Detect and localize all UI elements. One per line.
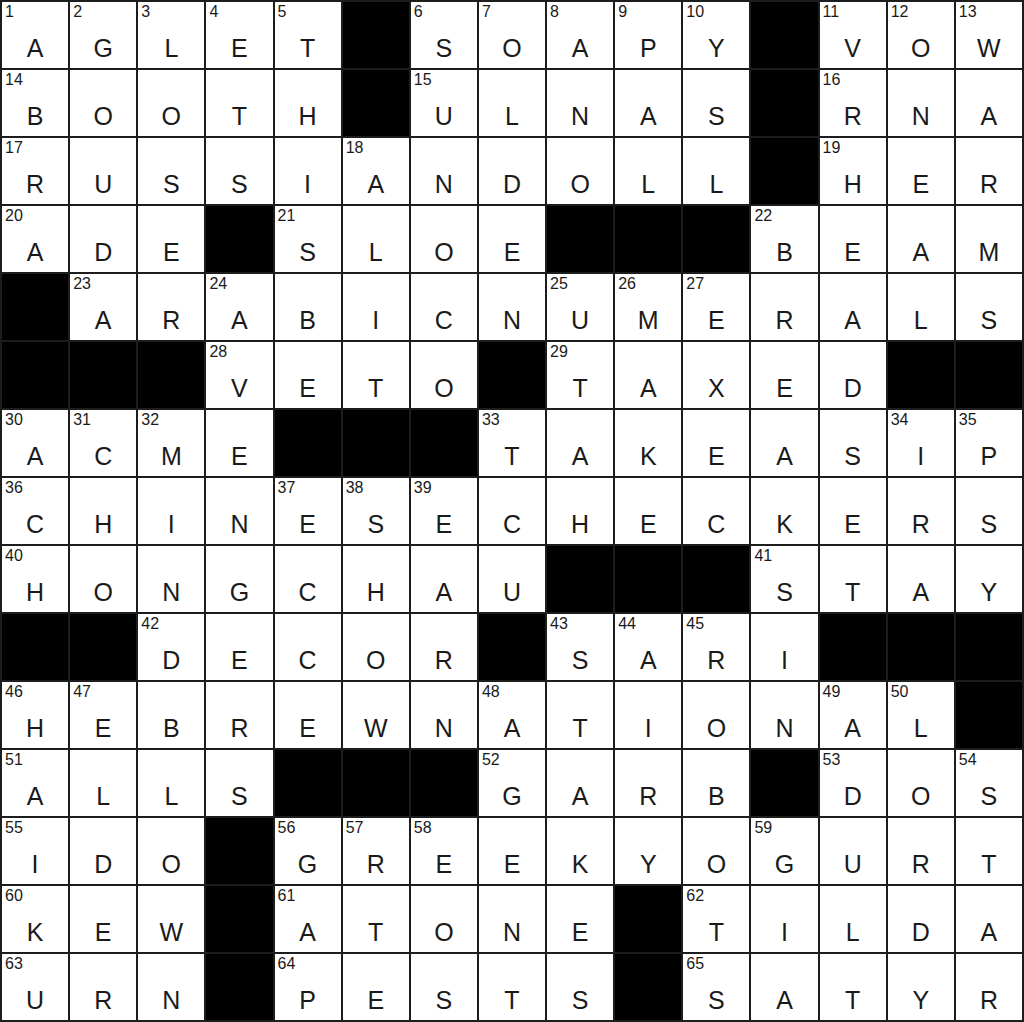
cell-letter: G bbox=[275, 852, 341, 877]
black-square bbox=[479, 342, 545, 408]
cell-11-1[interactable]: 46H bbox=[2, 682, 68, 748]
cell-13-8[interactable]: E bbox=[479, 818, 545, 884]
cell-15-2[interactable]: R bbox=[70, 954, 136, 1020]
cell-15-9[interactable]: S bbox=[547, 954, 613, 1020]
cell-15-12[interactable]: A bbox=[751, 954, 817, 1020]
cell-3-8[interactable]: D bbox=[479, 138, 545, 204]
cell-letter: O bbox=[479, 36, 545, 61]
clue-number: 65 bbox=[686, 954, 704, 974]
cell-11-9[interactable]: T bbox=[547, 682, 613, 748]
cell-7-8[interactable]: 33T bbox=[479, 410, 545, 476]
cell-2-1[interactable]: 14B bbox=[2, 70, 68, 136]
cell-5-4[interactable]: 24A bbox=[206, 274, 272, 340]
cell-13-14[interactable]: R bbox=[888, 818, 954, 884]
cell-13-6[interactable]: 57R bbox=[343, 818, 409, 884]
black-square bbox=[138, 342, 204, 408]
cell-letter: H bbox=[2, 716, 68, 741]
black-square bbox=[751, 750, 817, 816]
cell-7-14[interactable]: 34I bbox=[888, 410, 954, 476]
cell-letter: T bbox=[275, 36, 341, 61]
cell-letter: E bbox=[206, 648, 272, 673]
cell-letter: T bbox=[343, 920, 409, 945]
cell-letter: R bbox=[888, 512, 954, 537]
cell-3-13[interactable]: 19H bbox=[820, 138, 886, 204]
cell-13-13[interactable]: U bbox=[820, 818, 886, 884]
cell-letter: N bbox=[479, 308, 545, 333]
cell-12-8[interactable]: 52G bbox=[479, 750, 545, 816]
cell-5-3[interactable]: R bbox=[138, 274, 204, 340]
cell-letter: G bbox=[70, 36, 136, 61]
cell-12-15[interactable]: 54S bbox=[956, 750, 1022, 816]
cell-letter: N bbox=[751, 716, 817, 741]
black-square bbox=[751, 2, 817, 68]
cell-15-11[interactable]: 65S bbox=[683, 954, 749, 1020]
cell-8-9[interactable]: H bbox=[547, 478, 613, 544]
cell-14-15[interactable]: A bbox=[956, 886, 1022, 952]
cell-letter: L bbox=[820, 920, 886, 945]
cell-10-5[interactable]: C bbox=[275, 614, 341, 680]
cell-5-13[interactable]: A bbox=[820, 274, 886, 340]
cell-letter: R bbox=[70, 988, 136, 1013]
cell-10-9[interactable]: 43S bbox=[547, 614, 613, 680]
cell-11-14[interactable]: 50L bbox=[888, 682, 954, 748]
cell-11-11[interactable]: O bbox=[683, 682, 749, 748]
clue-number: 63 bbox=[5, 954, 23, 974]
cell-12-13[interactable]: 53D bbox=[820, 750, 886, 816]
cell-7-4[interactable]: E bbox=[206, 410, 272, 476]
cell-letter: A bbox=[2, 36, 68, 61]
cell-2-7[interactable]: 15U bbox=[411, 70, 477, 136]
clue-number: 10 bbox=[686, 2, 704, 22]
cell-12-2[interactable]: L bbox=[70, 750, 136, 816]
black-square bbox=[615, 954, 681, 1020]
cell-1-4[interactable]: 4E bbox=[206, 2, 272, 68]
cell-15-5[interactable]: 64P bbox=[275, 954, 341, 1020]
cell-12-4[interactable]: S bbox=[206, 750, 272, 816]
cell-2-9[interactable]: N bbox=[547, 70, 613, 136]
cell-letter: A bbox=[2, 444, 68, 469]
cell-6-11[interactable]: X bbox=[683, 342, 749, 408]
cell-5-2[interactable]: 23A bbox=[70, 274, 136, 340]
cell-13-7[interactable]: 58E bbox=[411, 818, 477, 884]
cell-1-1[interactable]: 1A bbox=[2, 2, 68, 68]
cell-letter: C bbox=[70, 444, 136, 469]
black-square bbox=[275, 410, 341, 476]
cell-letter: R bbox=[956, 172, 1022, 197]
clue-number: 16 bbox=[823, 70, 841, 90]
cell-14-3[interactable]: W bbox=[138, 886, 204, 952]
cell-letter: G bbox=[206, 580, 272, 605]
clue-number: 46 bbox=[5, 682, 23, 702]
cell-5-7[interactable]: C bbox=[411, 274, 477, 340]
cell-1-13[interactable]: 11V bbox=[820, 2, 886, 68]
cell-12-10[interactable]: R bbox=[615, 750, 681, 816]
cell-1-10[interactable]: 9P bbox=[615, 2, 681, 68]
cell-14-1[interactable]: 60K bbox=[2, 886, 68, 952]
clue-number: 55 bbox=[5, 818, 23, 838]
cell-letter: E bbox=[820, 512, 886, 537]
black-square bbox=[2, 274, 68, 340]
cell-8-5[interactable]: 37E bbox=[275, 478, 341, 544]
cell-2-8[interactable]: L bbox=[479, 70, 545, 136]
cell-letter: S bbox=[343, 512, 409, 537]
cell-14-9[interactable]: E bbox=[547, 886, 613, 952]
cell-2-11[interactable]: S bbox=[683, 70, 749, 136]
cell-5-8[interactable]: N bbox=[479, 274, 545, 340]
cell-15-13[interactable]: T bbox=[820, 954, 886, 1020]
cell-14-11[interactable]: 62T bbox=[683, 886, 749, 952]
black-square bbox=[683, 206, 749, 272]
cell-2-15[interactable]: A bbox=[956, 70, 1022, 136]
cell-8-3[interactable]: I bbox=[138, 478, 204, 544]
cell-7-1[interactable]: 30A bbox=[2, 410, 68, 476]
black-square bbox=[275, 750, 341, 816]
cell-letter: R bbox=[206, 716, 272, 741]
cell-10-11[interactable]: 45R bbox=[683, 614, 749, 680]
clue-number: 42 bbox=[141, 614, 159, 634]
cell-4-8[interactable]: E bbox=[479, 206, 545, 272]
cell-14-14[interactable]: D bbox=[888, 886, 954, 952]
cell-letter: P bbox=[956, 444, 1022, 469]
black-square bbox=[206, 206, 272, 272]
cell-2-4[interactable]: T bbox=[206, 70, 272, 136]
cell-11-5[interactable]: E bbox=[275, 682, 341, 748]
cell-4-15[interactable]: M bbox=[956, 206, 1022, 272]
clue-number: 30 bbox=[5, 410, 23, 430]
clue-number: 27 bbox=[686, 274, 704, 294]
cell-3-11[interactable]: L bbox=[683, 138, 749, 204]
cell-14-7[interactable]: O bbox=[411, 886, 477, 952]
cell-4-5[interactable]: 21S bbox=[275, 206, 341, 272]
clue-number: 4 bbox=[209, 2, 218, 22]
clue-number: 43 bbox=[550, 614, 568, 634]
cell-1-7[interactable]: 6S bbox=[411, 2, 477, 68]
cell-9-6[interactable]: H bbox=[343, 546, 409, 612]
cell-1-2[interactable]: 2G bbox=[70, 2, 136, 68]
cell-4-14[interactable]: A bbox=[888, 206, 954, 272]
cell-14-12[interactable]: I bbox=[751, 886, 817, 952]
cell-6-9[interactable]: 29T bbox=[547, 342, 613, 408]
cell-4-2[interactable]: D bbox=[70, 206, 136, 272]
cell-letter: E bbox=[820, 240, 886, 265]
cell-letter: I bbox=[138, 512, 204, 537]
cell-letter: U bbox=[2, 988, 68, 1013]
cell-12-11[interactable]: B bbox=[683, 750, 749, 816]
cell-10-12[interactable]: I bbox=[751, 614, 817, 680]
cell-15-14[interactable]: Y bbox=[888, 954, 954, 1020]
cell-letter: O bbox=[683, 716, 749, 741]
cell-14-5[interactable]: 61A bbox=[275, 886, 341, 952]
clue-number: 29 bbox=[550, 342, 568, 362]
cell-2-14[interactable]: N bbox=[888, 70, 954, 136]
cell-8-10[interactable]: E bbox=[615, 478, 681, 544]
cell-letter: I bbox=[751, 920, 817, 945]
cell-5-14[interactable]: L bbox=[888, 274, 954, 340]
black-square bbox=[2, 614, 68, 680]
black-square bbox=[615, 206, 681, 272]
cell-letter: O bbox=[411, 920, 477, 945]
cell-letter: Y bbox=[956, 580, 1022, 605]
cell-14-2[interactable]: E bbox=[70, 886, 136, 952]
cell-13-10[interactable]: Y bbox=[615, 818, 681, 884]
cell-9-8[interactable]: U bbox=[479, 546, 545, 612]
cell-letter: A bbox=[615, 376, 681, 401]
cell-11-7[interactable]: N bbox=[411, 682, 477, 748]
clue-number: 3 bbox=[141, 2, 150, 22]
cell-4-12[interactable]: 22B bbox=[751, 206, 817, 272]
cell-1-15[interactable]: 13W bbox=[956, 2, 1022, 68]
cell-11-4[interactable]: R bbox=[206, 682, 272, 748]
cell-8-4[interactable]: N bbox=[206, 478, 272, 544]
cell-9-1[interactable]: 40H bbox=[2, 546, 68, 612]
cell-letter: B bbox=[138, 716, 204, 741]
crossword-puzzle: 1A2G3L4E5T6S7O8A9P10Y11V12O13W14BOOTH15U… bbox=[0, 0, 1024, 1022]
cell-1-9[interactable]: 8A bbox=[547, 2, 613, 68]
cell-12-1[interactable]: 51A bbox=[2, 750, 68, 816]
cell-15-3[interactable]: N bbox=[138, 954, 204, 1020]
cell-12-14[interactable]: O bbox=[888, 750, 954, 816]
cell-letter: S bbox=[956, 512, 1022, 537]
cell-6-12[interactable]: E bbox=[751, 342, 817, 408]
cell-13-12[interactable]: 59G bbox=[751, 818, 817, 884]
cell-11-2[interactable]: 47E bbox=[70, 682, 136, 748]
cell-15-8[interactable]: T bbox=[479, 954, 545, 1020]
cell-letter: V bbox=[820, 36, 886, 61]
cell-1-14[interactable]: 12O bbox=[888, 2, 954, 68]
cell-13-1[interactable]: 55I bbox=[2, 818, 68, 884]
clue-number: 19 bbox=[823, 138, 841, 158]
clue-number: 22 bbox=[754, 206, 772, 226]
cell-3-7[interactable]: N bbox=[411, 138, 477, 204]
cell-letter: R bbox=[411, 648, 477, 673]
cell-letter: O bbox=[70, 104, 136, 129]
cell-letter: G bbox=[479, 784, 545, 809]
cell-13-5[interactable]: 56G bbox=[275, 818, 341, 884]
cell-letter: L bbox=[138, 36, 204, 61]
cell-11-13[interactable]: 49A bbox=[820, 682, 886, 748]
cell-4-1[interactable]: 20A bbox=[2, 206, 68, 272]
cell-10-4[interactable]: E bbox=[206, 614, 272, 680]
clue-number: 33 bbox=[482, 410, 500, 430]
cell-letter: O bbox=[138, 852, 204, 877]
cell-letter: L bbox=[888, 308, 954, 333]
cell-letter: N bbox=[206, 512, 272, 537]
cell-8-11[interactable]: C bbox=[683, 478, 749, 544]
black-square bbox=[411, 410, 477, 476]
clue-number: 35 bbox=[959, 410, 977, 430]
cell-9-15[interactable]: Y bbox=[956, 546, 1022, 612]
cell-letter: H bbox=[70, 512, 136, 537]
cell-letter: O bbox=[888, 784, 954, 809]
cell-1-8[interactable]: 7O bbox=[479, 2, 545, 68]
cell-8-7[interactable]: 39E bbox=[411, 478, 477, 544]
black-square bbox=[343, 410, 409, 476]
cell-9-14[interactable]: A bbox=[888, 546, 954, 612]
cell-11-10[interactable]: I bbox=[615, 682, 681, 748]
cell-12-3[interactable]: L bbox=[138, 750, 204, 816]
cell-10-3[interactable]: 42D bbox=[138, 614, 204, 680]
cell-1-5[interactable]: 5T bbox=[275, 2, 341, 68]
cell-9-3[interactable]: N bbox=[138, 546, 204, 612]
cell-letter: A bbox=[70, 308, 136, 333]
crossword-grid: 1A2G3L4E5T6S7O8A9P10Y11V12O13W14BOOTH15U… bbox=[0, 0, 1024, 1022]
cell-letter: A bbox=[2, 240, 68, 265]
cell-7-2[interactable]: 31C bbox=[70, 410, 136, 476]
cell-6-4[interactable]: 28V bbox=[206, 342, 272, 408]
cell-13-11[interactable]: O bbox=[683, 818, 749, 884]
cell-5-11[interactable]: 27E bbox=[683, 274, 749, 340]
cell-9-5[interactable]: C bbox=[275, 546, 341, 612]
cell-letter: A bbox=[275, 920, 341, 945]
cell-6-13[interactable]: D bbox=[820, 342, 886, 408]
cell-9-13[interactable]: T bbox=[820, 546, 886, 612]
cell-6-10[interactable]: A bbox=[615, 342, 681, 408]
cell-letter: E bbox=[547, 920, 613, 945]
cell-11-8[interactable]: 48A bbox=[479, 682, 545, 748]
cell-5-9[interactable]: 25U bbox=[547, 274, 613, 340]
cell-11-12[interactable]: N bbox=[751, 682, 817, 748]
cell-3-2[interactable]: U bbox=[70, 138, 136, 204]
cell-13-15[interactable]: T bbox=[956, 818, 1022, 884]
cell-5-6[interactable]: I bbox=[343, 274, 409, 340]
cell-9-2[interactable]: O bbox=[70, 546, 136, 612]
cell-7-11[interactable]: E bbox=[683, 410, 749, 476]
cell-letter: O bbox=[411, 240, 477, 265]
cell-3-3[interactable]: S bbox=[138, 138, 204, 204]
cell-2-3[interactable]: O bbox=[138, 70, 204, 136]
cell-8-1[interactable]: 36C bbox=[2, 478, 68, 544]
cell-7-9[interactable]: A bbox=[547, 410, 613, 476]
black-square bbox=[547, 206, 613, 272]
cell-4-6[interactable]: L bbox=[343, 206, 409, 272]
cell-letter: C bbox=[2, 512, 68, 537]
clue-number: 47 bbox=[73, 682, 91, 702]
cell-3-15[interactable]: R bbox=[956, 138, 1022, 204]
cell-9-4[interactable]: G bbox=[206, 546, 272, 612]
cell-letter: U bbox=[820, 852, 886, 877]
cell-3-5[interactable]: I bbox=[275, 138, 341, 204]
cell-13-3[interactable]: O bbox=[138, 818, 204, 884]
cell-14-6[interactable]: T bbox=[343, 886, 409, 952]
cell-7-3[interactable]: 32M bbox=[138, 410, 204, 476]
cell-1-11[interactable]: 10Y bbox=[683, 2, 749, 68]
cell-letter: L bbox=[888, 716, 954, 741]
cell-5-15[interactable]: S bbox=[956, 274, 1022, 340]
cell-letter: S bbox=[411, 988, 477, 1013]
black-square bbox=[888, 614, 954, 680]
cell-4-7[interactable]: O bbox=[411, 206, 477, 272]
cell-letter: A bbox=[343, 172, 409, 197]
cell-letter: R bbox=[2, 172, 68, 197]
cell-10-7[interactable]: R bbox=[411, 614, 477, 680]
black-square bbox=[479, 614, 545, 680]
cell-11-6[interactable]: W bbox=[343, 682, 409, 748]
cell-letter: L bbox=[343, 240, 409, 265]
cell-8-6[interactable]: 38S bbox=[343, 478, 409, 544]
cell-14-8[interactable]: N bbox=[479, 886, 545, 952]
cell-15-7[interactable]: S bbox=[411, 954, 477, 1020]
cell-7-15[interactable]: 35P bbox=[956, 410, 1022, 476]
cell-4-13[interactable]: E bbox=[820, 206, 886, 272]
cell-3-14[interactable]: E bbox=[888, 138, 954, 204]
cell-15-6[interactable]: E bbox=[343, 954, 409, 1020]
cell-6-5[interactable]: E bbox=[275, 342, 341, 408]
cell-6-7[interactable]: O bbox=[411, 342, 477, 408]
cell-8-15[interactable]: S bbox=[956, 478, 1022, 544]
cell-letter: E bbox=[888, 172, 954, 197]
clue-number: 56 bbox=[278, 818, 296, 838]
cell-letter: A bbox=[956, 104, 1022, 129]
cell-3-6[interactable]: 18A bbox=[343, 138, 409, 204]
clue-number: 9 bbox=[618, 2, 627, 22]
cell-letter: A bbox=[547, 444, 613, 469]
cell-12-9[interactable]: A bbox=[547, 750, 613, 816]
cell-1-3[interactable]: 3L bbox=[138, 2, 204, 68]
cell-letter: T bbox=[956, 852, 1022, 877]
cell-letter: B bbox=[275, 308, 341, 333]
black-square bbox=[956, 682, 1022, 748]
cell-15-1[interactable]: 63U bbox=[2, 954, 68, 1020]
cell-8-8[interactable]: C bbox=[479, 478, 545, 544]
cell-3-9[interactable]: O bbox=[547, 138, 613, 204]
cell-5-5[interactable]: B bbox=[275, 274, 341, 340]
cell-4-3[interactable]: E bbox=[138, 206, 204, 272]
cell-letter: S bbox=[547, 988, 613, 1013]
cell-2-10[interactable]: A bbox=[615, 70, 681, 136]
clue-number: 1 bbox=[5, 2, 14, 22]
cell-letter: R bbox=[683, 648, 749, 673]
cell-7-13[interactable]: S bbox=[820, 410, 886, 476]
cell-10-6[interactable]: O bbox=[343, 614, 409, 680]
clue-number: 59 bbox=[754, 818, 772, 838]
cell-letter: N bbox=[547, 104, 613, 129]
cell-5-12[interactable]: R bbox=[751, 274, 817, 340]
cell-9-7[interactable]: A bbox=[411, 546, 477, 612]
cell-5-10[interactable]: 26M bbox=[615, 274, 681, 340]
cell-7-10[interactable]: K bbox=[615, 410, 681, 476]
clue-number: 38 bbox=[346, 478, 364, 498]
cell-letter: R bbox=[820, 104, 886, 129]
cell-6-6[interactable]: T bbox=[343, 342, 409, 408]
cell-letter: T bbox=[683, 920, 749, 945]
black-square bbox=[206, 954, 272, 1020]
cell-11-3[interactable]: B bbox=[138, 682, 204, 748]
cell-8-14[interactable]: R bbox=[888, 478, 954, 544]
cell-2-5[interactable]: H bbox=[275, 70, 341, 136]
cell-letter: S bbox=[820, 444, 886, 469]
cell-7-12[interactable]: A bbox=[751, 410, 817, 476]
cell-10-10[interactable]: 44A bbox=[615, 614, 681, 680]
cell-letter: A bbox=[888, 580, 954, 605]
cell-letter: T bbox=[479, 988, 545, 1013]
cell-9-12[interactable]: 41S bbox=[751, 546, 817, 612]
cell-3-4[interactable]: S bbox=[206, 138, 272, 204]
cell-3-10[interactable]: L bbox=[615, 138, 681, 204]
cell-14-13[interactable]: L bbox=[820, 886, 886, 952]
cell-8-2[interactable]: H bbox=[70, 478, 136, 544]
cell-15-15[interactable]: R bbox=[956, 954, 1022, 1020]
cell-13-9[interactable]: K bbox=[547, 818, 613, 884]
cell-8-12[interactable]: K bbox=[751, 478, 817, 544]
clue-number: 20 bbox=[5, 206, 23, 226]
cell-letter: E bbox=[615, 512, 681, 537]
cell-2-13[interactable]: 16R bbox=[820, 70, 886, 136]
cell-13-2[interactable]: D bbox=[70, 818, 136, 884]
cell-3-1[interactable]: 17R bbox=[2, 138, 68, 204]
cell-2-2[interactable]: O bbox=[70, 70, 136, 136]
cell-letter: I bbox=[888, 444, 954, 469]
cell-8-13[interactable]: E bbox=[820, 478, 886, 544]
